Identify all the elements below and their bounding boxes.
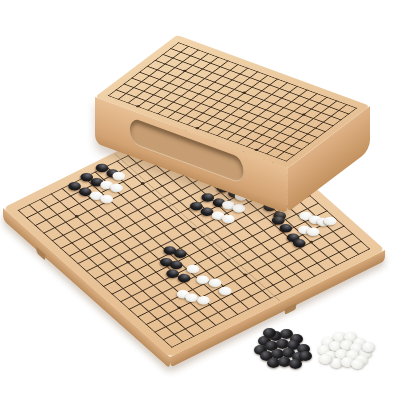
board-foot [36, 247, 45, 261]
board-hinge-notch [285, 303, 296, 315]
product-photo-scene [0, 0, 400, 400]
pile-white-stone [319, 354, 332, 364]
pile-white-stone [351, 359, 364, 369]
pile-black-stone [289, 359, 302, 369]
pile-black-stone [299, 351, 312, 361]
pile-white-stone [362, 342, 375, 352]
pile-black-stone [263, 328, 276, 338]
